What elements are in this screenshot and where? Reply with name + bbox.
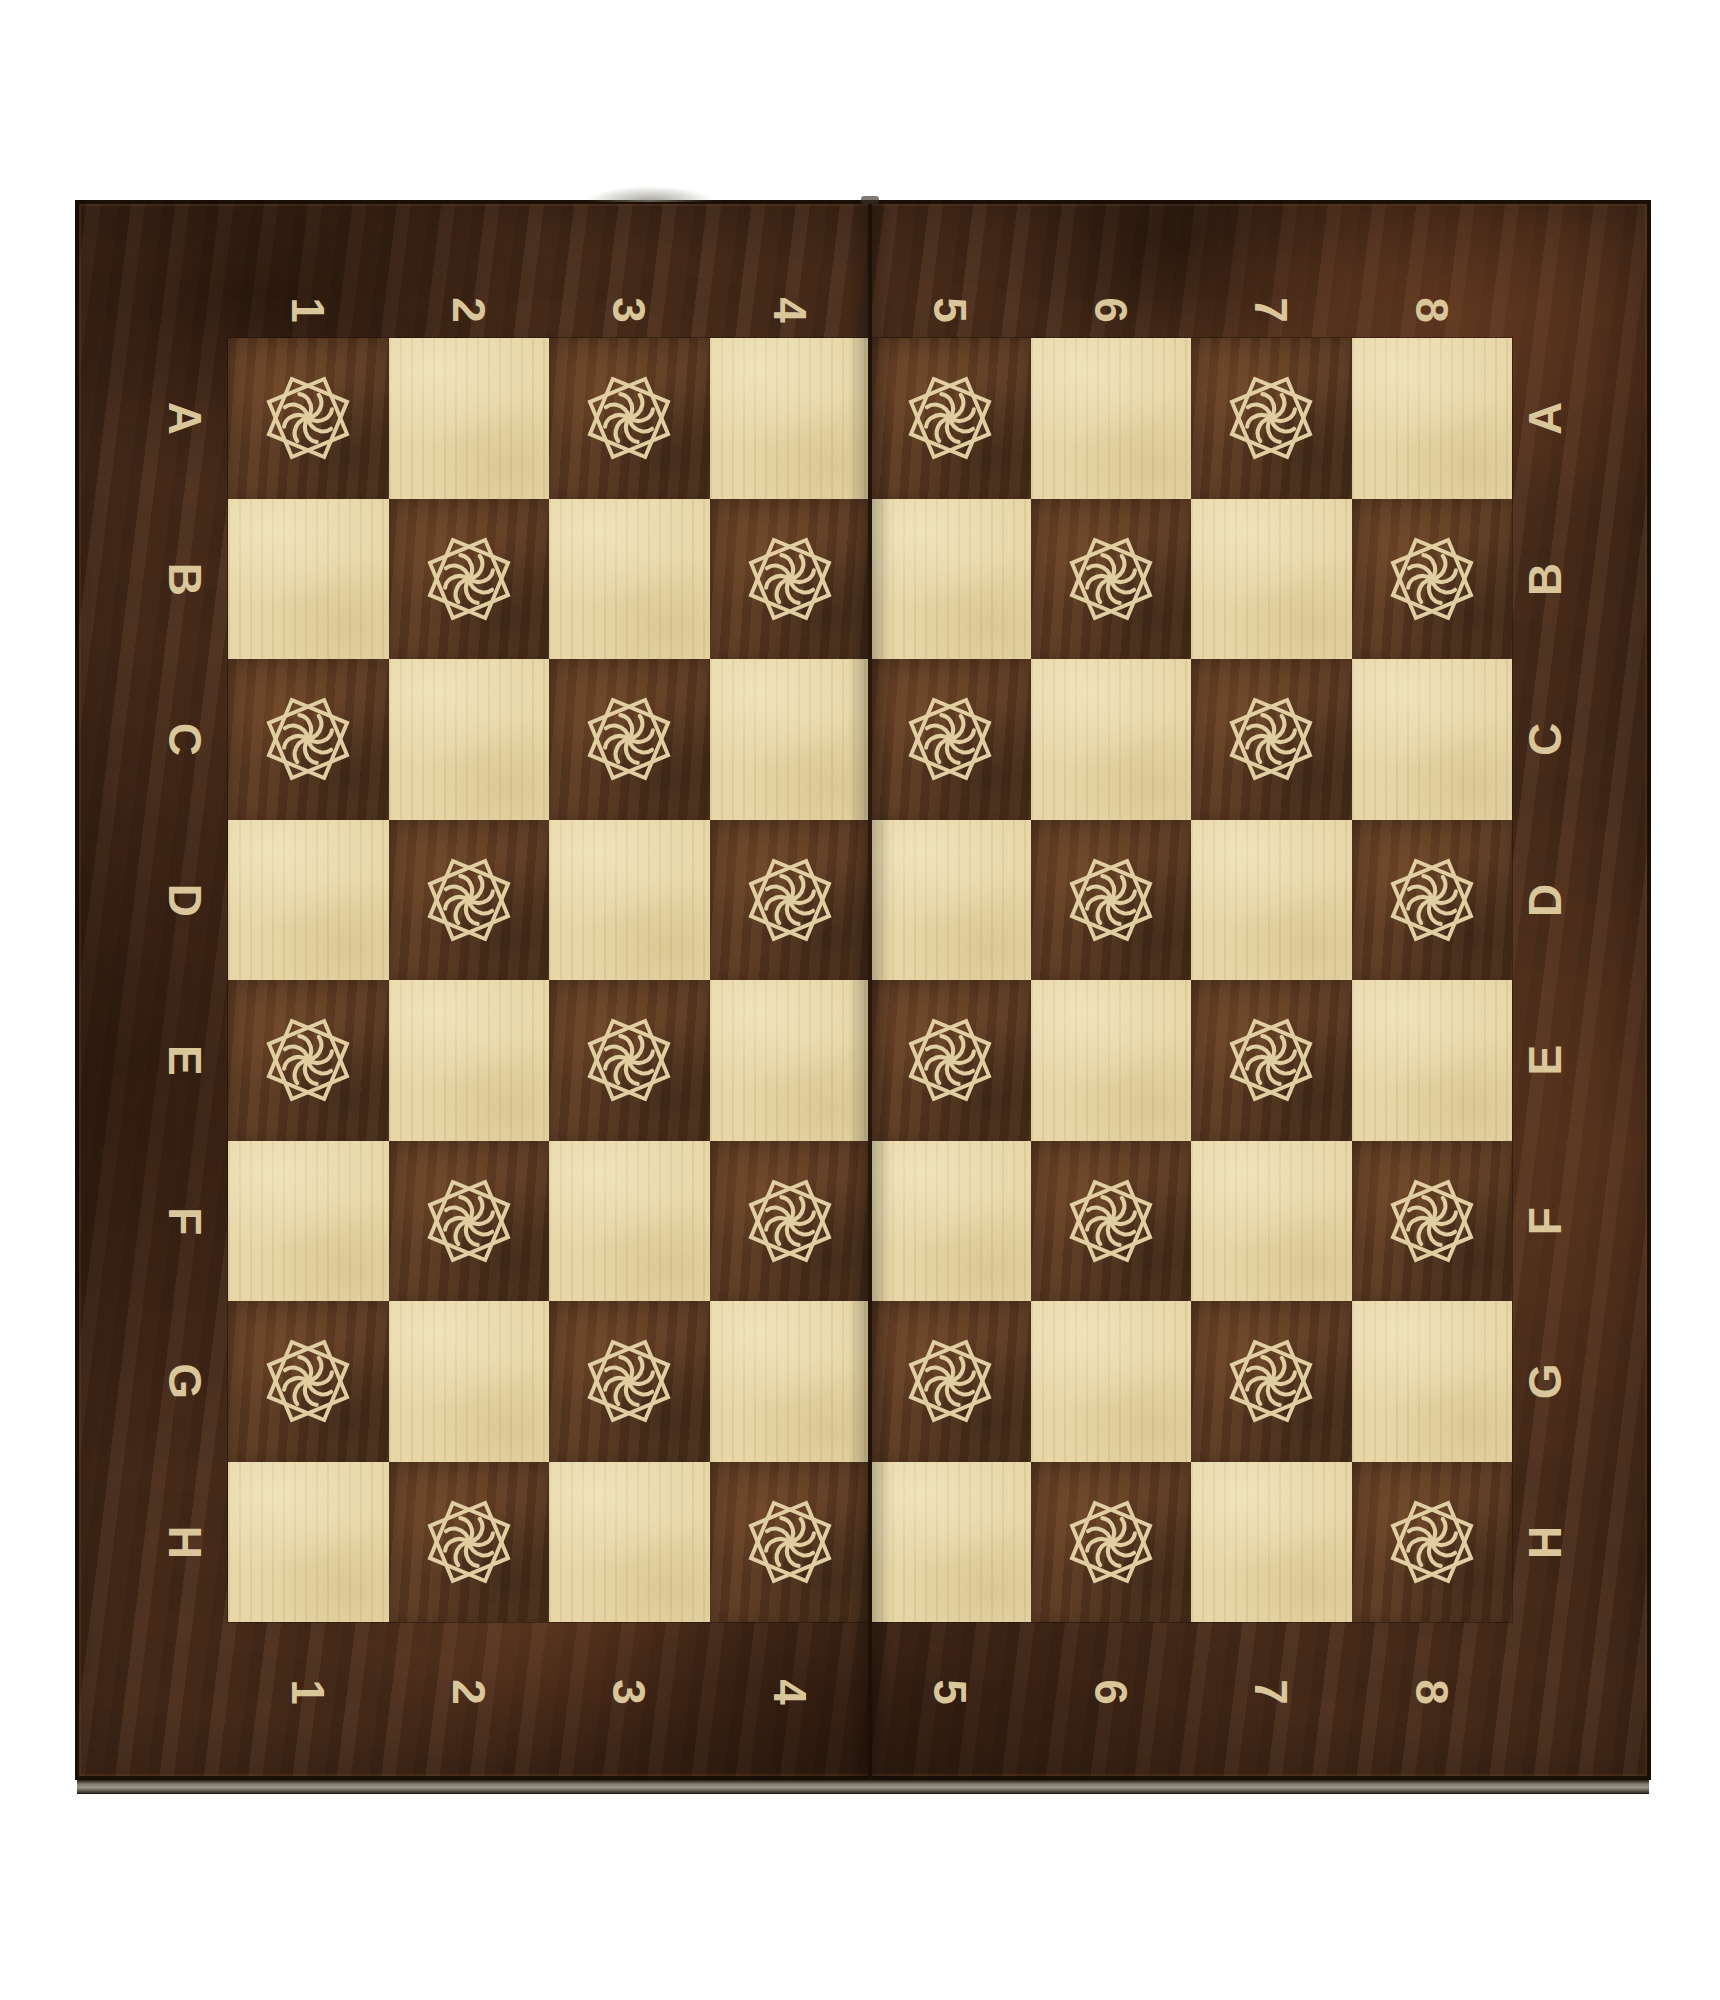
square-E2 [389, 980, 550, 1141]
square-E4 [710, 980, 871, 1141]
eternity-ornament-icon [1383, 1493, 1481, 1591]
square-G3 [549, 1301, 710, 1462]
page-background: 12345678 12345678 ABCDEFGH ABCDEFGH [0, 0, 1720, 2000]
square-A7 [1191, 338, 1352, 499]
photo-artifact [585, 186, 715, 202]
square-D8 [1352, 820, 1513, 981]
square-D4 [710, 820, 871, 981]
fold-seam [868, 204, 872, 1778]
square-C2 [389, 659, 550, 820]
square-B2 [389, 499, 550, 660]
square-A6 [1031, 338, 1192, 499]
square-F1 [228, 1141, 389, 1302]
square-H8 [1352, 1462, 1513, 1623]
square-H6 [1031, 1462, 1192, 1623]
eternity-ornament-icon [901, 1011, 999, 1109]
square-A5 [870, 338, 1031, 499]
square-D1 [228, 820, 389, 981]
eternity-ornament-icon [1383, 851, 1481, 949]
eternity-ornament-icon [1062, 1493, 1160, 1591]
square-D7 [1191, 820, 1352, 981]
square-C1 [228, 659, 389, 820]
square-H2 [389, 1462, 550, 1623]
square-B4 [710, 499, 871, 660]
square-F4 [710, 1141, 871, 1302]
square-F2 [389, 1141, 550, 1302]
square-C8 [1352, 659, 1513, 820]
square-H5 [870, 1462, 1031, 1623]
square-B6 [1031, 499, 1192, 660]
square-A1 [228, 338, 389, 499]
square-C5 [870, 659, 1031, 820]
eternity-ornament-icon [901, 1332, 999, 1430]
square-H4 [710, 1462, 871, 1623]
square-A2 [389, 338, 550, 499]
square-B3 [549, 499, 710, 660]
eternity-ornament-icon [901, 369, 999, 467]
square-D6 [1031, 820, 1192, 981]
square-G4 [710, 1301, 871, 1462]
square-A8 [1352, 338, 1513, 499]
square-G5 [870, 1301, 1031, 1462]
eternity-ornament-icon [741, 1172, 839, 1270]
square-E1 [228, 980, 389, 1141]
square-G8 [1352, 1301, 1513, 1462]
square-E6 [1031, 980, 1192, 1141]
eternity-ornament-icon [580, 1011, 678, 1109]
square-H7 [1191, 1462, 1352, 1623]
eternity-ornament-icon [1062, 1172, 1160, 1270]
square-B1 [228, 499, 389, 660]
square-D2 [389, 820, 550, 981]
square-G7 [1191, 1301, 1352, 1462]
eternity-ornament-icon [1062, 851, 1160, 949]
eternity-ornament-icon [580, 690, 678, 788]
square-E5 [870, 980, 1031, 1141]
square-F3 [549, 1141, 710, 1302]
eternity-ornament-icon [741, 530, 839, 628]
square-G6 [1031, 1301, 1192, 1462]
square-A4 [710, 338, 871, 499]
square-B8 [1352, 499, 1513, 660]
board-bottom-edge [77, 1780, 1649, 1794]
square-A3 [549, 338, 710, 499]
square-B7 [1191, 499, 1352, 660]
square-C6 [1031, 659, 1192, 820]
hinge-icon [861, 196, 879, 204]
square-F8 [1352, 1141, 1513, 1302]
eternity-ornament-icon [741, 1493, 839, 1591]
eternity-ornament-icon [741, 851, 839, 949]
eternity-ornament-icon [259, 690, 357, 788]
square-E8 [1352, 980, 1513, 1141]
square-C3 [549, 659, 710, 820]
square-D3 [549, 820, 710, 981]
eternity-ornament-icon [420, 1172, 518, 1270]
eternity-ornament-icon [420, 851, 518, 949]
square-G1 [228, 1301, 389, 1462]
square-E3 [549, 980, 710, 1141]
eternity-ornament-icon [580, 369, 678, 467]
eternity-ornament-icon [901, 690, 999, 788]
square-D5 [870, 820, 1031, 981]
eternity-ornament-icon [1222, 690, 1320, 788]
square-C4 [710, 659, 871, 820]
eternity-ornament-icon [259, 1332, 357, 1430]
eternity-ornament-icon [420, 530, 518, 628]
eternity-ornament-icon [259, 1011, 357, 1109]
square-F5 [870, 1141, 1031, 1302]
eternity-ornament-icon [1383, 530, 1481, 628]
eternity-ornament-icon [1383, 1172, 1481, 1270]
eternity-ornament-icon [580, 1332, 678, 1430]
chess-board: 12345678 12345678 ABCDEFGH ABCDEFGH [75, 200, 1651, 1794]
square-H1 [228, 1462, 389, 1623]
eternity-ornament-icon [1222, 1011, 1320, 1109]
square-G2 [389, 1301, 550, 1462]
eternity-ornament-icon [259, 369, 357, 467]
eternity-ornament-icon [420, 1493, 518, 1591]
square-E7 [1191, 980, 1352, 1141]
square-F6 [1031, 1141, 1192, 1302]
square-B5 [870, 499, 1031, 660]
square-F7 [1191, 1141, 1352, 1302]
square-H3 [549, 1462, 710, 1623]
eternity-ornament-icon [1062, 530, 1160, 628]
square-C7 [1191, 659, 1352, 820]
eternity-ornament-icon [1222, 369, 1320, 467]
eternity-ornament-icon [1222, 1332, 1320, 1430]
